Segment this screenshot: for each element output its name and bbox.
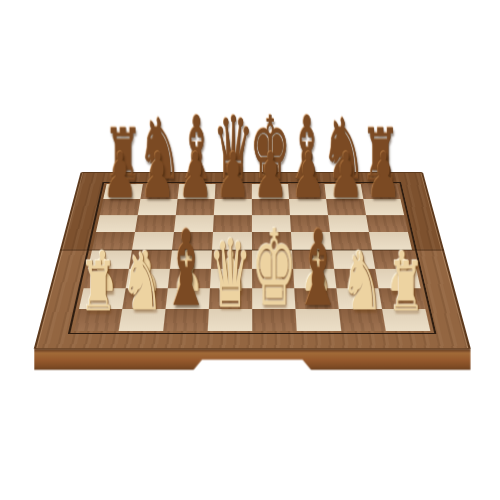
square-h7 <box>363 199 404 215</box>
square-b8 <box>140 184 179 199</box>
square-h4 <box>372 250 416 269</box>
square-b7 <box>138 199 178 215</box>
square-c7 <box>176 199 215 215</box>
square-e1 <box>252 309 297 331</box>
square-d8 <box>215 184 252 199</box>
square-g5 <box>330 232 372 250</box>
square-h6 <box>366 215 408 232</box>
playing-field <box>68 182 437 334</box>
square-d2 <box>209 288 252 309</box>
square-d5 <box>212 232 252 250</box>
square-b6 <box>135 215 176 232</box>
piece-black-king-e8: ♚ <box>250 105 291 192</box>
square-h2 <box>379 288 426 309</box>
square-g1 <box>339 309 386 331</box>
square-a4 <box>88 250 132 269</box>
square-b5 <box>132 232 174 250</box>
square-f2 <box>294 288 339 309</box>
square-g7 <box>326 199 366 215</box>
square-a7 <box>100 199 141 215</box>
square-c1 <box>163 309 209 331</box>
square-f1 <box>295 309 341 331</box>
square-c5 <box>172 232 213 250</box>
square-f3 <box>293 269 336 289</box>
square-e2 <box>252 288 295 309</box>
square-d4 <box>211 250 252 269</box>
square-d1 <box>208 309 253 331</box>
square-c4 <box>170 250 212 269</box>
square-f7 <box>289 199 328 215</box>
square-g2 <box>336 288 382 309</box>
piece-black-knight-b8: ♞ <box>137 108 182 193</box>
square-e4 <box>252 250 293 269</box>
square-c2 <box>166 288 210 309</box>
square-a6 <box>96 215 138 232</box>
square-b3 <box>126 269 170 289</box>
square-f4 <box>292 250 334 269</box>
square-e5 <box>252 232 292 250</box>
square-a5 <box>92 232 135 250</box>
square-h8 <box>361 184 401 199</box>
square-b4 <box>129 250 172 269</box>
piece-black-knight-g8: ♞ <box>321 108 366 193</box>
square-a2 <box>79 288 126 309</box>
square-h1 <box>382 309 430 331</box>
square-e8 <box>252 184 289 199</box>
square-b1 <box>119 309 166 331</box>
product-photo-canvas: ♜♞♝♛♚♝♞♜♟♟♟♟♟♟♟♟♟♟♟♟♟♟♟♟♜♞♝♛♚♝♞♜ <box>0 0 500 500</box>
square-a1 <box>74 309 122 331</box>
square-h3 <box>375 269 421 289</box>
board-front-edge <box>34 348 471 370</box>
piece-black-bishop-c8: ♝ <box>176 105 217 192</box>
square-g3 <box>334 269 378 289</box>
square-d6 <box>213 215 252 232</box>
square-b2 <box>122 288 168 309</box>
square-d3 <box>210 269 252 289</box>
square-e6 <box>252 215 291 232</box>
square-f6 <box>290 215 330 232</box>
square-a3 <box>84 269 129 289</box>
square-g4 <box>332 250 375 269</box>
square-e7 <box>252 199 290 215</box>
square-h5 <box>369 232 412 250</box>
square-g8 <box>324 184 363 199</box>
squares-grid <box>74 184 430 331</box>
square-a8 <box>103 184 143 199</box>
square-c3 <box>168 269 211 289</box>
square-c8 <box>178 184 216 199</box>
square-e3 <box>252 269 294 289</box>
square-f8 <box>288 184 326 199</box>
square-c6 <box>174 215 214 232</box>
square-g6 <box>328 215 369 232</box>
square-d7 <box>214 199 252 215</box>
chess-board: ♜♞♝♛♚♝♞♜♟♟♟♟♟♟♟♟♟♟♟♟♟♟♟♟♜♞♝♛♚♝♞♜ <box>34 172 471 349</box>
square-f5 <box>291 232 332 250</box>
piece-black-queen-d8: ♛ <box>213 105 254 192</box>
piece-black-bishop-f8: ♝ <box>287 105 328 192</box>
